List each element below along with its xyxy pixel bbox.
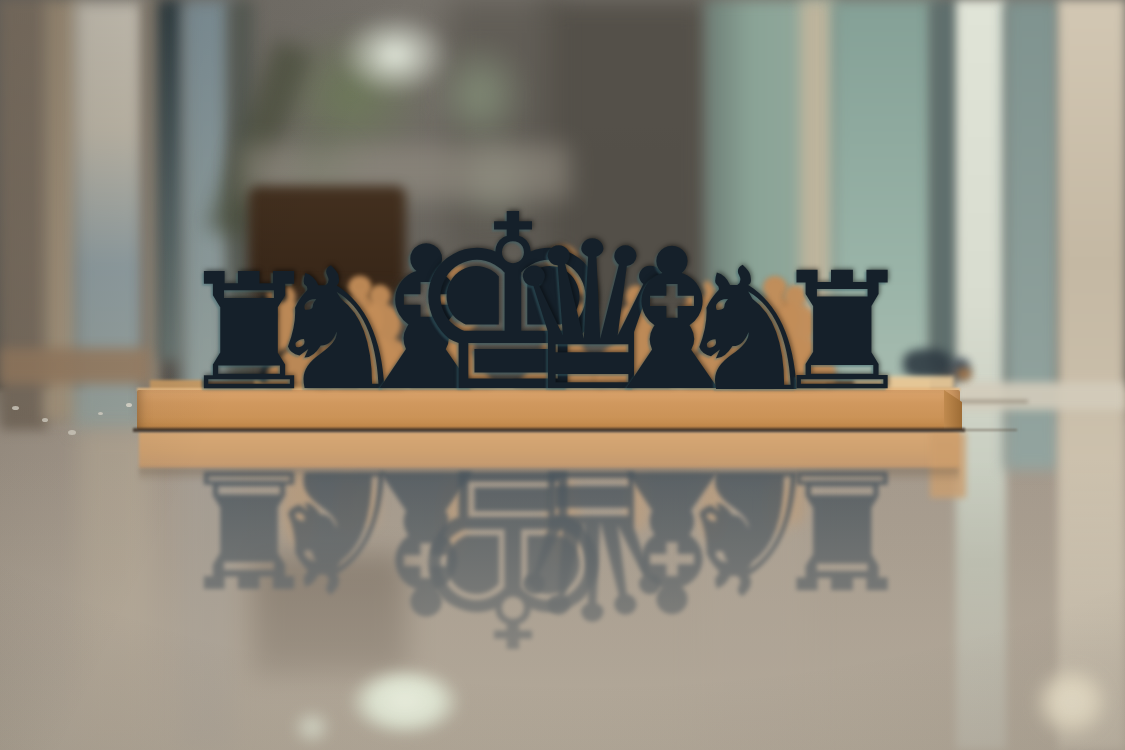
table-edge-right-line [958, 400, 1028, 403]
chessboard-photo: ♞ ♟ ♟ ♝ ♝ ♟ ♞ ♟ ♟ ♞ ♜ ♞ ♝ ♚ ♛ ♝ ♞ ♜ ♜ ♞ … [0, 0, 1125, 750]
table-seam-line [962, 429, 1017, 431]
black-rook-a: ♜ [769, 251, 914, 413]
droplet [42, 418, 48, 422]
droplet [12, 406, 19, 410]
blurred-object-amber [956, 368, 972, 380]
bokeh-highlight-left-small [282, 700, 342, 750]
reflection-fade-overlay [0, 458, 1125, 750]
droplet [68, 430, 76, 435]
table-edge-right [956, 382, 1125, 410]
sill-left [0, 348, 150, 384]
droplet [126, 403, 132, 407]
bokeh-highlight-left [325, 652, 485, 750]
bokeh-highlight-right [1022, 655, 1122, 750]
droplet [98, 412, 103, 415]
